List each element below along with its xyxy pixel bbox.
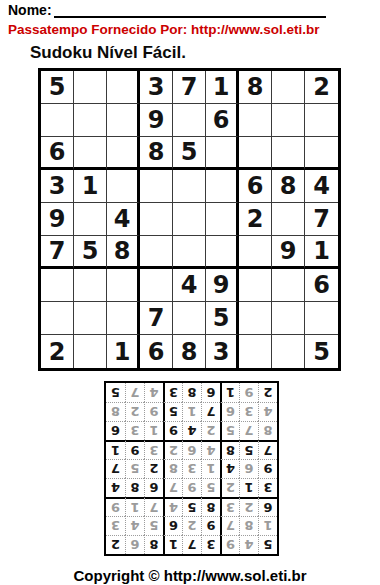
sudoku-cell-r1c9: 2 [305, 71, 338, 104]
sudoku-cell-r7c4 [140, 269, 173, 302]
name-label: Nome: [8, 3, 52, 18]
sudoku-cell-r4c5 [173, 170, 206, 203]
sudoku-cell-r6c8: 9 [272, 236, 305, 269]
solution-cell-r9c1: 2 [258, 383, 277, 402]
solution-cell-r7c8: 3 [125, 421, 144, 440]
sudoku-cell-r7c9: 6 [305, 269, 338, 302]
solution-cell-r2c5: 2 [182, 516, 201, 535]
page-header: Nome: Passatempo Fornecido Por: http://w… [0, 0, 380, 63]
sudoku-cell-r6c5 [173, 236, 206, 269]
sudoku-cell-r7c3 [107, 269, 140, 302]
solution-cell-r8c8: 2 [125, 402, 144, 421]
solution-cell-r9c9: 5 [106, 383, 125, 402]
sudoku-cell-r7c8 [272, 269, 305, 302]
sudoku-cell-r2c8 [272, 104, 305, 137]
sudoku-cell-r5c5 [173, 203, 206, 236]
sudoku-cell-r2c6: 6 [206, 104, 239, 137]
sudoku-cell-r6c2: 5 [74, 236, 107, 269]
solution-cell-r1c6: 1 [163, 535, 182, 554]
sudoku-cell-r5c8 [272, 203, 305, 236]
solution-cell-r7c3: 5 [220, 421, 239, 440]
solution-cell-r1c9: 2 [106, 535, 125, 554]
sudoku-cell-r5c4 [140, 203, 173, 236]
solution-cell-r7c4: 2 [201, 421, 220, 440]
page-title: Sudoku Nível Fácil. [30, 43, 372, 63]
sudoku-cell-r8c4: 7 [140, 302, 173, 335]
solution-cell-r7c9: 6 [106, 421, 125, 440]
sudoku-cell-r6c1: 7 [41, 236, 74, 269]
sudoku-cell-r6c7 [239, 236, 272, 269]
solution-cell-r3c8: 1 [125, 497, 144, 516]
solution-cell-r8c5: 1 [182, 402, 201, 421]
sudoku-cell-r1c4: 3 [140, 71, 173, 104]
solution-cell-r9c8: 7 [125, 383, 144, 402]
solution-cell-r2c1: 1 [258, 516, 277, 535]
solution-cell-r9c6: 3 [163, 383, 182, 402]
solution-cell-r5c3: 4 [220, 459, 239, 478]
solution-cell-r6c5: 6 [182, 440, 201, 459]
solution-cell-r4c6: 7 [163, 478, 182, 497]
solution-cell-r4c9: 4 [106, 478, 125, 497]
sudoku-cell-r4c3 [107, 170, 140, 203]
sudoku-cell-r3c3 [107, 137, 140, 170]
sudoku-cell-r4c8: 8 [272, 170, 305, 203]
sudoku-cell-r8c3 [107, 302, 140, 335]
sudoku-cell-r5c7: 2 [239, 203, 272, 236]
solution-cell-r7c6: 9 [163, 421, 182, 440]
solution-cell-r4c4: 5 [201, 478, 220, 497]
sudoku-cell-r8c6: 5 [206, 302, 239, 335]
sudoku-cell-r3c8 [272, 137, 305, 170]
sudoku-cell-r4c7: 6 [239, 170, 272, 203]
solution-cell-r3c1: 6 [258, 497, 277, 516]
sudoku-cell-r8c9 [305, 302, 338, 335]
sudoku-cell-r8c7 [239, 302, 272, 335]
solution-cell-r5c4: 1 [201, 459, 220, 478]
sudoku-cell-r3c7 [239, 137, 272, 170]
sudoku-cell-r5c2 [74, 203, 107, 236]
sudoku-cell-r9c9: 5 [305, 335, 338, 368]
sudoku-cell-r1c3 [107, 71, 140, 104]
solution-cell-r2c3: 7 [220, 516, 239, 535]
solution-cell-r6c4: 4 [201, 440, 220, 459]
sudoku-cell-r6c6 [206, 236, 239, 269]
solution-cell-r3c5: 5 [182, 497, 201, 516]
sudoku-cell-r9c5: 8 [173, 335, 206, 368]
sudoku-cell-r8c2 [74, 302, 107, 335]
sudoku-cell-r4c4 [140, 170, 173, 203]
solution-cell-r1c1: 5 [258, 535, 277, 554]
sudoku-cell-r2c2 [74, 104, 107, 137]
solution-cell-r4c7: 6 [144, 478, 163, 497]
solution-cell-r4c1: 3 [258, 478, 277, 497]
solution-cell-r8c1: 4 [258, 402, 277, 421]
solution-cell-r6c1: 7 [258, 440, 277, 459]
sudoku-cell-r2c3 [107, 104, 140, 137]
sudoku-cell-r1c6: 1 [206, 71, 239, 104]
sudoku-cell-r6c9: 1 [305, 236, 338, 269]
name-row: Nome: [8, 3, 372, 18]
sudoku-cell-r9c3: 1 [107, 335, 140, 368]
sudoku-cell-r2c9 [305, 104, 338, 137]
solution-cell-r4c2: 1 [239, 478, 258, 497]
solution-cell-r8c2: 3 [239, 402, 258, 421]
solution-cell-r1c7: 8 [144, 535, 163, 554]
solution-cell-r5c5: 3 [182, 459, 201, 478]
solution-cell-r3c9: 9 [106, 497, 125, 516]
solution-cell-r1c5: 7 [182, 535, 201, 554]
solution-cell-r2c9: 3 [106, 516, 125, 535]
solution-cell-r8c7: 9 [144, 402, 163, 421]
sudoku-cell-r5c3: 4 [107, 203, 140, 236]
sudoku-cell-r9c4: 6 [140, 335, 173, 368]
solution-cell-r6c2: 5 [239, 440, 258, 459]
solution-cell-r1c2: 4 [239, 535, 258, 554]
solution-cell-r7c5: 4 [182, 421, 201, 440]
name-blank-line [54, 3, 326, 18]
solution-cell-r4c3: 2 [220, 478, 239, 497]
sudoku-cell-r3c2 [74, 137, 107, 170]
solution-cell-r1c4: 3 [201, 535, 220, 554]
sudoku-cell-r1c1: 5 [41, 71, 74, 104]
solution-cell-r9c5: 8 [182, 383, 201, 402]
sudoku-cell-r1c7: 8 [239, 71, 272, 104]
solution-cell-r3c2: 2 [239, 497, 258, 516]
solution-cell-r6c7: 3 [144, 440, 163, 459]
solution-cell-r5c8: 5 [125, 459, 144, 478]
sudoku-cell-r2c1 [41, 104, 74, 137]
solution-cell-r7c7: 1 [144, 421, 163, 440]
sudoku-cell-r9c2 [74, 335, 107, 368]
sudoku-cell-r9c6: 3 [206, 335, 239, 368]
sudoku-board: 537182966853168494277589149675216835 [41, 71, 338, 368]
solution-cell-r8c3: 6 [220, 402, 239, 421]
sudoku-cell-r5c6 [206, 203, 239, 236]
solution-cell-r5c1: 9 [258, 459, 277, 478]
sudoku-board-frame: 537182966853168494277589149675216835 [38, 68, 341, 371]
solution-cell-r2c6: 6 [163, 516, 182, 535]
solution-cell-r6c6: 2 [163, 440, 182, 459]
sudoku-cell-r8c8 [272, 302, 305, 335]
sudoku-cell-r3c9 [305, 137, 338, 170]
solution-cell-r2c2: 8 [239, 516, 258, 535]
solution-board: 5493718621879265436238547193125976849641… [106, 383, 277, 554]
sudoku-cell-r1c5: 7 [173, 71, 206, 104]
solution-cell-r5c2: 6 [239, 459, 258, 478]
sudoku-cell-r9c8 [272, 335, 305, 368]
solution-cell-r9c3: 1 [220, 383, 239, 402]
sudoku-cell-r6c4 [140, 236, 173, 269]
sudoku-cell-r9c1: 2 [41, 335, 74, 368]
sudoku-cell-r7c7 [239, 269, 272, 302]
sudoku-cell-r2c4: 9 [140, 104, 173, 137]
solution-cell-r2c4: 9 [201, 516, 220, 535]
solution-cell-r6c8: 9 [125, 440, 144, 459]
solution-cell-r4c8: 8 [125, 478, 144, 497]
sudoku-cell-r2c7 [239, 104, 272, 137]
sudoku-cell-r2c5 [173, 104, 206, 137]
solution-cell-r6c3: 8 [220, 440, 239, 459]
solution-cell-r6c9: 1 [106, 440, 125, 459]
sudoku-cell-r3c4: 8 [140, 137, 173, 170]
solution-cell-r7c2: 7 [239, 421, 258, 440]
sudoku-cell-r7c5: 4 [173, 269, 206, 302]
sudoku-cell-r5c1: 9 [41, 203, 74, 236]
sudoku-cell-r3c6 [206, 137, 239, 170]
sudoku-cell-r4c1: 3 [41, 170, 74, 203]
solution-cell-r3c3: 3 [220, 497, 239, 516]
solution-cell-r2c8: 4 [125, 516, 144, 535]
solution-cell-r5c9: 7 [106, 459, 125, 478]
sudoku-cell-r1c8 [272, 71, 305, 104]
sudoku-cell-r7c2 [74, 269, 107, 302]
sudoku-cell-r4c2: 1 [74, 170, 107, 203]
solution-cell-r3c4: 8 [201, 497, 220, 516]
solution-cell-r9c4: 6 [201, 383, 220, 402]
sudoku-cell-r4c6 [206, 170, 239, 203]
solution-cell-r1c8: 6 [125, 535, 144, 554]
sudoku-cell-r9c7 [239, 335, 272, 368]
solution-cell-r7c1: 8 [258, 421, 277, 440]
sudoku-cell-r4c9: 4 [305, 170, 338, 203]
sudoku-cell-r3c5: 5 [173, 137, 206, 170]
sudoku-cell-r6c3: 8 [107, 236, 140, 269]
solution-cell-r9c2: 9 [239, 383, 258, 402]
solution-cell-r5c6: 8 [163, 459, 182, 478]
sudoku-cell-r8c1 [41, 302, 74, 335]
sudoku-cell-r1c2 [74, 71, 107, 104]
provider-line: Passatempo Fornecido Por: http://www.sol… [8, 22, 372, 37]
sudoku-cell-r8c5 [173, 302, 206, 335]
solution-cell-r3c7: 7 [144, 497, 163, 516]
solution-cell-r8c4: 7 [201, 402, 220, 421]
solution-cell-r1c3: 9 [220, 535, 239, 554]
sudoku-cell-r3c1: 6 [41, 137, 74, 170]
solution-cell-r9c7: 4 [144, 383, 163, 402]
solution-cell-r2c7: 5 [144, 516, 163, 535]
solution-cell-r4c5: 9 [182, 478, 201, 497]
solution-board-frame: 5493718621879265436238547193125976849641… [104, 381, 279, 556]
sudoku-cell-r5c9: 7 [305, 203, 338, 236]
solution-cell-r3c6: 4 [163, 497, 182, 516]
solution-cell-r8c6: 5 [163, 402, 182, 421]
copyright-line: Copyright © http://www.sol.eti.br [0, 567, 380, 584]
solution-cell-r8c9: 8 [106, 402, 125, 421]
solution-cell-r5c7: 2 [144, 459, 163, 478]
sudoku-cell-r7c6: 9 [206, 269, 239, 302]
sudoku-cell-r7c1 [41, 269, 74, 302]
